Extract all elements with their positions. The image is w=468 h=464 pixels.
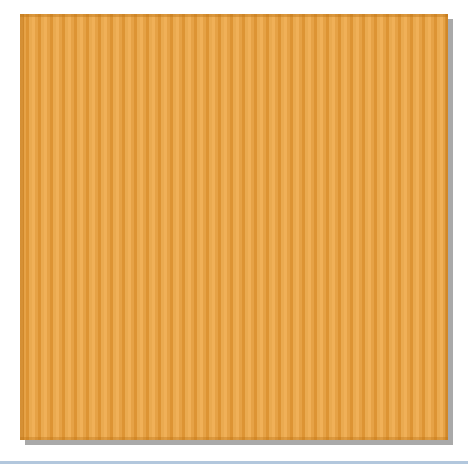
go-board[interactable] <box>20 14 448 440</box>
go-diagram-screen <box>0 0 468 464</box>
